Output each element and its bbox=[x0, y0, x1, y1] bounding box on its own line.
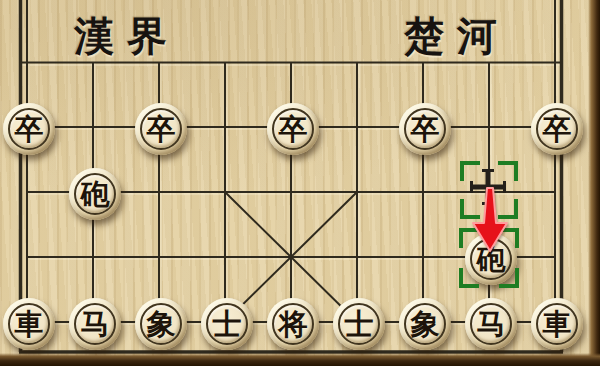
board-edge-bottom bbox=[0, 353, 600, 366]
piece-glyph: 卒 bbox=[531, 103, 583, 155]
piece-glyph: 卒 bbox=[135, 103, 187, 155]
piece-glyph: 卒 bbox=[3, 103, 55, 155]
piece-horse[interactable]: 马 bbox=[69, 298, 121, 350]
board-edge-right bbox=[588, 0, 600, 366]
piece-glyph: 将 bbox=[267, 298, 319, 350]
piece-glyph: 士 bbox=[201, 298, 253, 350]
piece-glyph: 車 bbox=[531, 298, 583, 350]
piece-elephant[interactable]: 象 bbox=[135, 298, 187, 350]
piece-general[interactable]: 将 bbox=[267, 298, 319, 350]
piece-advisor[interactable]: 士 bbox=[333, 298, 385, 350]
piece-pawn[interactable]: 卒 bbox=[135, 103, 187, 155]
piece-elephant[interactable]: 象 bbox=[399, 298, 451, 350]
piece-glyph: 砲 bbox=[69, 168, 121, 220]
piece-chariot[interactable]: 車 bbox=[3, 298, 55, 350]
piece-cannon[interactable]: 砲 bbox=[69, 168, 121, 220]
piece-glyph: 士 bbox=[333, 298, 385, 350]
piece-glyph: 象 bbox=[135, 298, 187, 350]
piece-horse[interactable]: 马 bbox=[465, 298, 517, 350]
piece-glyph: 卒 bbox=[267, 103, 319, 155]
piece-chariot[interactable]: 車 bbox=[531, 298, 583, 350]
piece-glyph: 象 bbox=[399, 298, 451, 350]
selection-corner-icon bbox=[459, 268, 479, 288]
piece-glyph: 車 bbox=[3, 298, 55, 350]
river-label-hanjie: 漢界 bbox=[74, 9, 180, 64]
piece-pawn[interactable]: 卒 bbox=[399, 103, 451, 155]
river-label-chuhe: 楚河 bbox=[404, 9, 510, 64]
piece-glyph: 马 bbox=[69, 298, 121, 350]
piece-advisor[interactable]: 士 bbox=[201, 298, 253, 350]
piece-pawn[interactable]: 卒 bbox=[531, 103, 583, 155]
piece-pawn[interactable]: 卒 bbox=[3, 103, 55, 155]
piece-glyph: 马 bbox=[465, 298, 517, 350]
xiangqi-board: 漢界 楚河 卒卒卒卒卒砲砲車马象士将士象马車 bbox=[0, 0, 600, 366]
selection-corner-icon bbox=[499, 268, 519, 288]
piece-pawn[interactable]: 卒 bbox=[267, 103, 319, 155]
move-arrow-icon bbox=[468, 187, 512, 253]
piece-glyph: 卒 bbox=[399, 103, 451, 155]
